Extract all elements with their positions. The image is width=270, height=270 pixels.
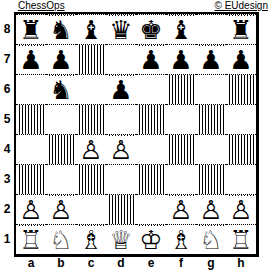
square-h8: ♜ [226,14,256,44]
square-f4 [166,134,196,164]
square-d2 [106,194,136,224]
white-bishop-c1: ♗ [78,226,104,254]
white-pawn-d4: ♙ [108,136,134,164]
square-b6: ♞ [46,74,76,104]
white-pawn-h2: ♙ [228,196,254,224]
black-rook-h8: ♜ [228,16,254,44]
white-pawn-a2: ♙ [18,196,44,224]
file-label-e: e [136,256,166,270]
rank-label-2: 2 [0,194,14,224]
square-d5 [106,104,136,134]
eudesign-credit-link[interactable]: © EUdesign [214,0,268,11]
square-f7: ♟ [166,44,196,74]
square-e2 [136,194,166,224]
square-d7 [106,44,136,74]
black-bishop-f8: ♝ [168,16,194,44]
square-h3 [226,164,256,194]
square-e4 [136,134,166,164]
square-g4 [196,134,226,164]
square-e7: ♟ [136,44,166,74]
white-pawn-g2: ♙ [198,196,224,224]
square-g1: ♘ [196,224,226,254]
black-rook-a8: ♜ [18,16,44,44]
square-a6 [16,74,46,104]
square-c6 [76,74,106,104]
black-pawn-a7: ♟ [18,46,44,74]
rank-label-3: 3 [0,164,14,194]
rank-label-4: 4 [0,134,14,164]
square-f1: ♗ [166,224,196,254]
square-b2: ♙ [46,194,76,224]
white-knight-g1: ♘ [198,226,224,254]
chessops-diagram-page: ChessOps © EUdesign 87654321 ♜♞♝♛♚♝♜♟♟♟♟… [0,0,270,270]
square-d8: ♛ [106,14,136,44]
square-a4 [16,134,46,164]
black-bishop-c8: ♝ [78,16,104,44]
square-b4 [46,134,76,164]
square-c8: ♝ [76,14,106,44]
chessops-home-link[interactable]: ChessOps [18,0,65,11]
square-b8: ♞ [46,14,76,44]
white-knight-b1: ♘ [48,226,74,254]
rank-label-7: 7 [0,44,14,74]
black-king-e8: ♚ [138,16,164,44]
square-d6: ♟ [106,74,136,104]
rank-label-5: 5 [0,104,14,134]
square-f5 [166,104,196,134]
square-e5 [136,104,166,134]
square-b7: ♟ [46,44,76,74]
square-h4 [226,134,256,164]
square-b1: ♘ [46,224,76,254]
rank-label-1: 1 [0,224,14,254]
square-c1: ♗ [76,224,106,254]
square-h6 [226,74,256,104]
black-pawn-f7: ♟ [168,46,194,74]
square-g6 [196,74,226,104]
white-pawn-b2: ♙ [48,196,74,224]
square-e3 [136,164,166,194]
square-a7: ♟ [16,44,46,74]
square-f8: ♝ [166,14,196,44]
file-label-a: a [16,256,46,270]
square-f2: ♙ [166,194,196,224]
black-pawn-e7: ♟ [138,46,164,74]
rank-labels-column: 87654321 [0,14,14,254]
black-pawn-g7: ♟ [198,46,224,74]
rank-label-8: 8 [0,14,14,44]
square-h7: ♟ [226,44,256,74]
square-d1: ♕ [106,224,136,254]
square-b5 [46,104,76,134]
chess-board: ♜♞♝♛♚♝♜♟♟♟♟♟♟♞♟♙♙♙♙♙♙♙♖♘♗♕♔♗♘♖ [14,12,259,257]
square-c5 [76,104,106,134]
square-g8 [196,14,226,44]
square-d4: ♙ [106,134,136,164]
square-a1: ♖ [16,224,46,254]
square-e6 [136,74,166,104]
square-g2: ♙ [196,194,226,224]
black-pawn-h7: ♟ [228,46,254,74]
white-pawn-c4: ♙ [78,136,104,164]
file-label-h: h [226,256,256,270]
file-label-f: f [166,256,196,270]
black-pawn-d6: ♟ [108,76,134,104]
black-knight-b6: ♞ [48,76,74,104]
square-f6 [166,74,196,104]
header-bar: ChessOps © EUdesign [0,0,270,11]
square-f3 [166,164,196,194]
file-labels-row: abcdefgh [16,256,256,270]
square-g3 [196,164,226,194]
rank-label-6: 6 [0,74,14,104]
square-a2: ♙ [16,194,46,224]
white-bishop-f1: ♗ [168,226,194,254]
square-b3 [46,164,76,194]
square-e8: ♚ [136,14,166,44]
square-h2: ♙ [226,194,256,224]
file-label-b: b [46,256,76,270]
square-h1: ♖ [226,224,256,254]
black-queen-d8: ♛ [108,16,134,44]
file-label-g: g [196,256,226,270]
square-c7 [76,44,106,74]
black-knight-b8: ♞ [48,16,74,44]
white-pawn-f2: ♙ [168,196,194,224]
square-g5 [196,104,226,134]
square-a3 [16,164,46,194]
square-a8: ♜ [16,14,46,44]
square-a5 [16,104,46,134]
square-e1: ♔ [136,224,166,254]
square-h5 [226,104,256,134]
white-queen-d1: ♕ [108,226,134,254]
square-c2 [76,194,106,224]
file-label-d: d [106,256,136,270]
square-d3 [106,164,136,194]
square-g7: ♟ [196,44,226,74]
file-label-c: c [76,256,106,270]
white-king-e1: ♔ [138,226,164,254]
black-pawn-b7: ♟ [48,46,74,74]
square-c3 [76,164,106,194]
square-c4: ♙ [76,134,106,164]
white-rook-a1: ♖ [18,226,44,254]
white-rook-h1: ♖ [228,226,254,254]
